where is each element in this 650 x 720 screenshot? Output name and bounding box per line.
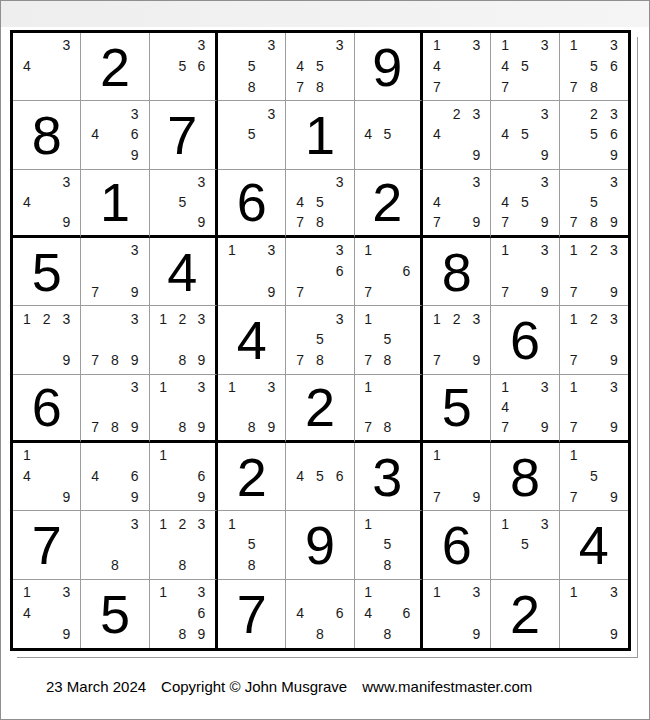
- cell-r2c2[interactable]: 3469: [81, 101, 149, 169]
- pencil-mark: 9: [125, 145, 145, 166]
- pencil-mark: 3: [604, 308, 624, 329]
- pencil-mark: 5: [515, 56, 535, 77]
- pencil-mark: 9: [604, 212, 624, 232]
- pencil-mark: 3: [535, 35, 555, 56]
- pencil-mark: 1: [154, 445, 173, 466]
- given-digit: 7: [167, 108, 197, 162]
- pencil-mark: 8: [242, 417, 262, 437]
- cell-r5c8[interactable]: 6: [491, 306, 559, 374]
- cell-r1c5[interactable]: 34578: [286, 33, 354, 101]
- pencil-mark: 9: [57, 212, 77, 232]
- pencil-mark: 1: [359, 582, 378, 603]
- pencil-mark: 8: [173, 624, 192, 645]
- cell-r7c7[interactable]: 179: [423, 443, 491, 511]
- pencil-mark: 7: [495, 212, 515, 232]
- pencil-mark: 3: [467, 308, 487, 329]
- pencil-mark: 3: [192, 582, 211, 603]
- cell-r6c6[interactable]: 178: [355, 375, 423, 443]
- pencil-mark: 6: [125, 124, 145, 145]
- pencil-mark: 8: [310, 77, 330, 98]
- pencil-mark: 8: [242, 77, 262, 98]
- cell-r6c7[interactable]: 5: [423, 375, 491, 443]
- cell-r2c6[interactable]: 45: [355, 101, 423, 169]
- cell-r2c4[interactable]: 35: [218, 101, 286, 169]
- given-digit: 7: [237, 587, 267, 641]
- cell-r8c8[interactable]: 135: [491, 511, 559, 579]
- cell-r3c9[interactable]: 35789: [560, 170, 628, 238]
- cell-r7c6[interactable]: 3: [355, 443, 423, 511]
- cell-r8c2[interactable]: 38: [81, 511, 149, 579]
- pencil-mark: 6: [330, 603, 350, 624]
- pencil-mark: 5: [378, 329, 397, 350]
- pencil-mark: 4: [427, 56, 447, 77]
- pencil-mark: 8: [584, 212, 604, 232]
- pencil-mark: 3: [604, 240, 624, 261]
- pencil-mark: 3: [535, 377, 555, 397]
- cell-r7c4[interactable]: 2: [218, 443, 286, 511]
- pencil-mark: 3: [330, 308, 350, 329]
- given-digit: 7: [32, 518, 62, 572]
- given-digit: 8: [32, 108, 62, 162]
- pencil-mark: 8: [378, 624, 397, 645]
- pencil-mark: 5: [310, 466, 330, 487]
- copyright-text: Copyright © John Musgrave: [161, 678, 347, 695]
- cell-r7c8[interactable]: 8: [491, 443, 559, 511]
- pencil-mark: 2: [37, 308, 57, 329]
- pencil-mark: 9: [604, 350, 624, 371]
- given-digit: 5: [32, 245, 62, 299]
- cell-r9c8[interactable]: 2: [491, 580, 559, 648]
- given-digit: 8: [442, 245, 472, 299]
- cell-r8c4[interactable]: 158: [218, 511, 286, 579]
- cell-r4c9[interactable]: 12379: [560, 238, 628, 306]
- pencil-mark: 3: [125, 377, 145, 397]
- cell-r7c3[interactable]: 169: [150, 443, 218, 511]
- cell-r1c2[interactable]: 2: [81, 33, 149, 101]
- footer: 23 March 2024 Copyright © John Musgrave …: [46, 678, 532, 695]
- website-url: www.manifestmaster.com: [362, 678, 532, 695]
- pencil-mark: 9: [604, 417, 624, 437]
- pencil-mark: 8: [378, 417, 397, 437]
- given-digit: 1: [100, 175, 130, 229]
- pencil-mark: 7: [427, 350, 447, 371]
- pencil-mark: 5: [584, 56, 604, 77]
- given-digit: 5: [442, 380, 472, 434]
- pencil-mark: 1: [17, 308, 37, 329]
- pencil-mark: 9: [125, 417, 145, 437]
- pencil-mark: 5: [515, 192, 535, 212]
- pencil-mark: 9: [192, 212, 211, 232]
- pencil-mark: 9: [262, 282, 282, 303]
- pencil-mark: 4: [495, 124, 515, 145]
- pencil-mark: 4: [427, 124, 447, 145]
- pencil-mark: 7: [290, 212, 310, 232]
- pencil-mark: 9: [57, 350, 77, 371]
- cell-r2c3[interactable]: 7: [150, 101, 218, 169]
- cell-r5c6[interactable]: 1578: [355, 306, 423, 374]
- pencil-mark: 3: [604, 35, 624, 56]
- pencil-mark: 4: [17, 192, 37, 212]
- cell-r2c5[interactable]: 1: [286, 101, 354, 169]
- pencil-mark: 3: [467, 582, 487, 603]
- pencil-mark: 6: [192, 466, 211, 487]
- given-digit: 2: [510, 587, 540, 641]
- pencil-mark: 3: [604, 582, 624, 603]
- pencil-mark: 3: [125, 513, 145, 534]
- pencil-mark: 4: [17, 466, 37, 487]
- pencil-mark: 3: [57, 172, 77, 192]
- window-top-strip: [1, 1, 649, 27]
- pencil-mark: 6: [604, 56, 624, 77]
- pencil-mark: 9: [604, 145, 624, 166]
- cell-r4c5[interactable]: 367: [286, 238, 354, 306]
- pencil-mark: 5: [584, 192, 604, 212]
- cell-r4c6[interactable]: 167: [355, 238, 423, 306]
- pencil-mark: 1: [359, 513, 378, 534]
- cell-r9c2[interactable]: 5: [81, 580, 149, 648]
- cell-r6c5[interactable]: 2: [286, 375, 354, 443]
- pencil-mark: 3: [125, 240, 145, 261]
- pencil-mark: 9: [57, 487, 77, 508]
- pencil-mark: 3: [262, 377, 282, 397]
- pencil-mark: 1: [427, 35, 447, 56]
- given-digit: 5: [100, 587, 130, 641]
- pencil-mark: 7: [495, 77, 515, 98]
- pencil-mark: 9: [192, 417, 211, 437]
- pencil-mark: 8: [242, 555, 262, 576]
- pencil-mark: 7: [495, 417, 515, 437]
- page: 3423563583457891347134571356788346973514…: [0, 0, 650, 720]
- given-digit: 6: [237, 175, 267, 229]
- cell-r3c7[interactable]: 3479: [423, 170, 491, 238]
- pencil-mark: 5: [173, 56, 192, 77]
- cell-r1c7[interactable]: 1347: [423, 33, 491, 101]
- cell-r9c1[interactable]: 1349: [13, 580, 81, 648]
- cell-r2c1[interactable]: 8: [13, 101, 81, 169]
- pencil-mark: 3: [192, 308, 211, 329]
- cell-r4c2[interactable]: 379: [81, 238, 149, 306]
- pencil-mark: 1: [564, 35, 584, 56]
- pencil-mark: 1: [495, 240, 515, 261]
- pencil-mark: 4: [290, 56, 310, 77]
- pencil-mark: 2: [584, 308, 604, 329]
- pencil-mark: 8: [105, 555, 125, 576]
- pencil-mark: 2: [584, 240, 604, 261]
- cell-r5c3[interactable]: 12389: [150, 306, 218, 374]
- pencil-mark: 9: [125, 487, 145, 508]
- cell-r3c5[interactable]: 34578: [286, 170, 354, 238]
- pencil-mark: 7: [564, 77, 584, 98]
- pencil-mark: 1: [17, 582, 37, 603]
- pencil-mark: 7: [359, 417, 378, 437]
- pencil-mark: 4: [85, 124, 105, 145]
- pencil-mark: 7: [495, 282, 515, 303]
- pencil-mark: 4: [290, 192, 310, 212]
- pencil-mark: 5: [242, 56, 262, 77]
- pencil-mark: 1: [564, 240, 584, 261]
- pencil-mark: 8: [105, 417, 125, 437]
- pencil-mark: 7: [290, 282, 310, 303]
- cell-r5c2[interactable]: 3789: [81, 306, 149, 374]
- pencil-mark: 9: [125, 282, 145, 303]
- pencil-mark: 3: [262, 35, 282, 56]
- pencil-mark: 3: [57, 582, 77, 603]
- pencil-mark: 9: [467, 212, 487, 232]
- pencil-mark: 4: [495, 192, 515, 212]
- pencil-mark: 9: [467, 624, 487, 645]
- cell-r6c8[interactable]: 13479: [491, 375, 559, 443]
- cell-r1c6[interactable]: 9: [355, 33, 423, 101]
- pencil-mark: 9: [192, 487, 211, 508]
- cell-r1c9[interactable]: 135678: [560, 33, 628, 101]
- pencil-mark: 8: [173, 555, 192, 576]
- pencil-mark: 5: [584, 124, 604, 145]
- pencil-mark: 8: [378, 555, 397, 576]
- cell-r8c6[interactable]: 158: [355, 511, 423, 579]
- pencil-mark: 5: [242, 534, 262, 555]
- pencil-mark: 3: [535, 513, 555, 534]
- pencil-mark: 1: [564, 445, 584, 466]
- pencil-mark: 9: [535, 212, 555, 232]
- pencil-mark: 2: [173, 513, 192, 534]
- pencil-mark: 5: [515, 124, 535, 145]
- pencil-mark: 5: [378, 124, 397, 145]
- cell-r6c9[interactable]: 1379: [560, 375, 628, 443]
- pencil-mark: 4: [359, 603, 378, 624]
- cell-r5c4[interactable]: 4: [218, 306, 286, 374]
- cell-r4c1[interactable]: 5: [13, 238, 81, 306]
- pencil-mark: 3: [467, 172, 487, 192]
- cell-r9c7[interactable]: 139: [423, 580, 491, 648]
- cell-r6c3[interactable]: 1389: [150, 375, 218, 443]
- pencil-mark: 4: [427, 192, 447, 212]
- pencil-mark: 7: [564, 282, 584, 303]
- pencil-mark: 3: [535, 103, 555, 124]
- cell-r7c2[interactable]: 469: [81, 443, 149, 511]
- pencil-mark: 5: [378, 534, 397, 555]
- pencil-mark: 3: [330, 35, 350, 56]
- pencil-mark: 6: [397, 603, 416, 624]
- cell-r8c3[interactable]: 1238: [150, 511, 218, 579]
- cell-r1c8[interactable]: 13457: [491, 33, 559, 101]
- given-digit: 4: [237, 313, 267, 367]
- pencil-mark: 5: [173, 192, 192, 212]
- pencil-mark: 8: [105, 350, 125, 371]
- given-digit: 2: [237, 450, 267, 504]
- given-digit: 6: [442, 518, 472, 572]
- pencil-mark: 1: [359, 240, 378, 261]
- pencil-mark: 7: [427, 77, 447, 98]
- pencil-mark: 1: [427, 445, 447, 466]
- pencil-mark: 8: [173, 350, 192, 371]
- cell-r6c1[interactable]: 6: [13, 375, 81, 443]
- pencil-mark: 3: [57, 35, 77, 56]
- pencil-mark: 3: [192, 172, 211, 192]
- cell-r3c1[interactable]: 349: [13, 170, 81, 238]
- pencil-mark: 1: [564, 377, 584, 397]
- pencil-mark: 1: [359, 377, 378, 397]
- pencil-mark: 1: [564, 582, 584, 603]
- cell-r1c4[interactable]: 358: [218, 33, 286, 101]
- pencil-mark: 7: [564, 417, 584, 437]
- pencil-mark: 9: [467, 487, 487, 508]
- given-digit: 3: [372, 450, 402, 504]
- pencil-mark: 3: [604, 103, 624, 124]
- given-digit: 2: [100, 40, 130, 94]
- pencil-mark: 8: [310, 624, 330, 645]
- pencil-mark: 9: [125, 350, 145, 371]
- pencil-mark: 6: [192, 56, 211, 77]
- given-digit: 9: [305, 518, 335, 572]
- pencil-mark: 1: [154, 582, 173, 603]
- pencil-mark: 1: [222, 240, 242, 261]
- cell-r6c4[interactable]: 1389: [218, 375, 286, 443]
- pencil-mark: 3: [57, 308, 77, 329]
- pencil-mark: 7: [427, 212, 447, 232]
- pencil-mark: 6: [192, 603, 211, 624]
- pencil-mark: 1: [154, 377, 173, 397]
- pencil-mark: 7: [85, 282, 105, 303]
- pencil-mark: 3: [125, 308, 145, 329]
- cell-r3c6[interactable]: 2: [355, 170, 423, 238]
- pencil-mark: 7: [359, 282, 378, 303]
- pencil-mark: 7: [564, 350, 584, 371]
- sudoku-board: 3423563583457891347134571356788346973514…: [10, 30, 631, 651]
- pencil-mark: 1: [154, 308, 173, 329]
- pencil-mark: 1: [427, 582, 447, 603]
- cell-r4c3[interactable]: 4: [150, 238, 218, 306]
- pencil-mark: 9: [535, 145, 555, 166]
- given-digit: 8: [510, 450, 540, 504]
- cell-r5c5[interactable]: 3578: [286, 306, 354, 374]
- pencil-mark: 6: [125, 466, 145, 487]
- cell-r9c9[interactable]: 139: [560, 580, 628, 648]
- pencil-mark: 9: [604, 487, 624, 508]
- pencil-mark: 6: [604, 124, 624, 145]
- pencil-mark: 9: [192, 350, 211, 371]
- pencil-mark: 8: [310, 212, 330, 232]
- given-digit: 6: [510, 313, 540, 367]
- pencil-mark: 9: [535, 282, 555, 303]
- pencil-mark: 7: [85, 417, 105, 437]
- pencil-mark: 2: [447, 103, 467, 124]
- cell-r7c1[interactable]: 149: [13, 443, 81, 511]
- pencil-mark: 1: [359, 308, 378, 329]
- pencil-mark: 3: [330, 172, 350, 192]
- pencil-mark: 7: [427, 487, 447, 508]
- cell-r9c6[interactable]: 1468: [355, 580, 423, 648]
- pencil-mark: 3: [125, 103, 145, 124]
- cell-r4c8[interactable]: 1379: [491, 238, 559, 306]
- pencil-mark: 8: [173, 417, 192, 437]
- cell-r7c5[interactable]: 456: [286, 443, 354, 511]
- pencil-mark: 7: [564, 487, 584, 508]
- pencil-mark: 5: [310, 329, 330, 350]
- cell-r2c8[interactable]: 3459: [491, 101, 559, 169]
- given-digit: 2: [372, 175, 402, 229]
- cell-r1c3[interactable]: 356: [150, 33, 218, 101]
- pencil-mark: 7: [290, 77, 310, 98]
- pencil-mark: 1: [17, 445, 37, 466]
- cell-r3c2[interactable]: 1: [81, 170, 149, 238]
- pencil-mark: 3: [535, 240, 555, 261]
- puzzle-date: 23 March 2024: [46, 678, 146, 695]
- pencil-mark: 2: [173, 308, 192, 329]
- pencil-mark: 3: [467, 35, 487, 56]
- cell-r4c4[interactable]: 139: [218, 238, 286, 306]
- pencil-mark: 9: [604, 282, 624, 303]
- pencil-mark: 1: [427, 308, 447, 329]
- given-digit: 2: [305, 380, 335, 434]
- pencil-mark: 2: [447, 308, 467, 329]
- pencil-mark: 4: [85, 466, 105, 487]
- pencil-mark: 8: [584, 77, 604, 98]
- pencil-mark: 7: [359, 350, 378, 371]
- pencil-mark: 3: [604, 377, 624, 397]
- cell-r2c7[interactable]: 2349: [423, 101, 491, 169]
- pencil-mark: 3: [535, 172, 555, 192]
- cell-r1c1[interactable]: 34: [13, 33, 81, 101]
- cell-r2c9[interactable]: 23569: [560, 101, 628, 169]
- given-digit: 6: [32, 380, 62, 434]
- pencil-mark: 9: [57, 624, 77, 645]
- cell-r3c3[interactable]: 359: [150, 170, 218, 238]
- cell-r8c9[interactable]: 4: [560, 511, 628, 579]
- given-digit: 4: [167, 245, 197, 299]
- pencil-mark: 6: [397, 261, 416, 282]
- pencil-mark: 9: [467, 145, 487, 166]
- pencil-mark: 2: [584, 103, 604, 124]
- pencil-mark: 9: [535, 417, 555, 437]
- cell-r9c5[interactable]: 468: [286, 580, 354, 648]
- cell-r8c7[interactable]: 6: [423, 511, 491, 579]
- pencil-mark: 3: [262, 103, 282, 124]
- pencil-mark: 1: [154, 513, 173, 534]
- pencil-mark: 4: [17, 56, 37, 77]
- pencil-mark: 5: [584, 466, 604, 487]
- cell-r8c1[interactable]: 7: [13, 511, 81, 579]
- pencil-mark: 1: [495, 377, 515, 397]
- pencil-mark: 3: [192, 513, 211, 534]
- cell-r6c2[interactable]: 3789: [81, 375, 149, 443]
- cell-r7c9[interactable]: 1579: [560, 443, 628, 511]
- pencil-mark: 5: [242, 124, 262, 145]
- pencil-mark: 3: [192, 377, 211, 397]
- pencil-mark: 1: [564, 308, 584, 329]
- given-digit: 9: [372, 40, 402, 94]
- pencil-mark: 9: [192, 624, 211, 645]
- cell-r8c5[interactable]: 9: [286, 511, 354, 579]
- pencil-mark: 8: [378, 350, 397, 371]
- cell-r3c8[interactable]: 34579: [491, 170, 559, 238]
- pencil-mark: 5: [310, 56, 330, 77]
- cell-r9c4[interactable]: 7: [218, 580, 286, 648]
- pencil-mark: 5: [515, 534, 535, 555]
- pencil-mark: 9: [604, 624, 624, 645]
- pencil-mark: 6: [330, 466, 350, 487]
- cell-r5c1[interactable]: 1239: [13, 306, 81, 374]
- cell-r3c4[interactable]: 6: [218, 170, 286, 238]
- pencil-mark: 3: [604, 172, 624, 192]
- pencil-mark: 1: [222, 377, 242, 397]
- cell-r4c7[interactable]: 8: [423, 238, 491, 306]
- pencil-mark: 3: [192, 35, 211, 56]
- pencil-mark: 6: [330, 261, 350, 282]
- cell-r5c9[interactable]: 12379: [560, 306, 628, 374]
- cell-r5c7[interactable]: 12379: [423, 306, 491, 374]
- cell-r9c3[interactable]: 13689: [150, 580, 218, 648]
- pencil-mark: 5: [310, 192, 330, 212]
